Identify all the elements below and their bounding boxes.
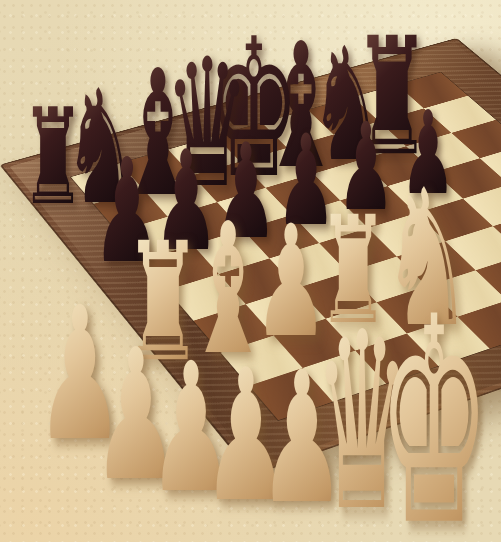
dark-rook-a8: ♜ [21,91,85,223]
photo-stage: ♜♞♝♛♚♝♞♜♟♟♟♟♟♟♜♝♟♜♞♟♟♟♟♟♛♚ [0,0,501,542]
light-king-offboard: ♚ [378,279,490,542]
piece-layer: ♜♞♝♛♚♝♞♜♟♟♟♟♟♟♜♝♟♜♞♟♟♟♟♟♛♚ [0,0,501,542]
